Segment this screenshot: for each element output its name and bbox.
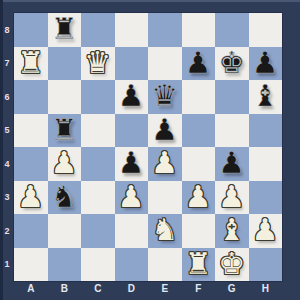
rank-label-3: 3 [0, 181, 14, 215]
square-a1[interactable] [14, 248, 48, 282]
square-c3[interactable] [81, 181, 115, 215]
black-pawn-icon[interactable]: ♟ [252, 47, 279, 80]
square-b4[interactable]: ♟ [48, 147, 82, 181]
black-rook-icon[interactable]: ♜ [51, 114, 78, 147]
square-e7[interactable] [148, 47, 182, 81]
square-b3[interactable]: ♞ [48, 181, 82, 215]
square-a6[interactable] [14, 80, 48, 114]
square-d6[interactable]: ♟ [115, 80, 149, 114]
rank-label-5: 5 [0, 114, 14, 148]
square-a3[interactable]: ♟ [14, 181, 48, 215]
black-bishop-icon[interactable]: ♝ [252, 80, 279, 113]
file-label-h: H [249, 281, 283, 300]
chess-board-frame: 87654321 ♜♜♛♟♚♟♟♛♝♜♟♟♟♟♟♟♞♟♟♟♞♝♟♜♚ ABCDE… [0, 0, 300, 300]
black-queen-icon[interactable]: ♛ [151, 80, 178, 113]
rank-label-7: 7 [0, 47, 14, 81]
square-g6[interactable] [215, 80, 249, 114]
square-h6[interactable]: ♝ [249, 80, 283, 114]
file-labels: ABCDEFGH [14, 281, 282, 300]
white-rook-icon[interactable]: ♜ [17, 47, 44, 80]
file-label-e: E [148, 281, 182, 300]
square-f3[interactable]: ♟ [182, 181, 216, 215]
file-label-g: G [215, 281, 249, 300]
square-c5[interactable] [81, 114, 115, 148]
white-rook-icon[interactable]: ♜ [185, 248, 212, 281]
square-g5[interactable] [215, 114, 249, 148]
square-e8[interactable] [148, 13, 182, 47]
square-f5[interactable] [182, 114, 216, 148]
square-c2[interactable] [81, 214, 115, 248]
black-pawn-icon[interactable]: ♟ [118, 80, 145, 113]
square-d5[interactable] [115, 114, 149, 148]
square-f4[interactable] [182, 147, 216, 181]
square-b8[interactable]: ♜ [48, 13, 82, 47]
white-queen-icon[interactable]: ♛ [84, 47, 111, 80]
square-a4[interactable] [14, 147, 48, 181]
square-h1[interactable] [249, 248, 283, 282]
square-b6[interactable] [48, 80, 82, 114]
square-d8[interactable] [115, 13, 149, 47]
square-h2[interactable]: ♟ [249, 214, 283, 248]
file-label-b: B [48, 281, 82, 300]
square-e3[interactable] [148, 181, 182, 215]
white-pawn-icon[interactable]: ♟ [51, 147, 78, 180]
rank-label-4: 4 [0, 147, 14, 181]
square-e4[interactable]: ♟ [148, 147, 182, 181]
white-king-icon[interactable]: ♚ [218, 248, 245, 281]
square-g8[interactable] [215, 13, 249, 47]
square-g7[interactable]: ♚ [215, 47, 249, 81]
rank-label-1: 1 [0, 248, 14, 282]
square-f2[interactable] [182, 214, 216, 248]
file-label-c: C [81, 281, 115, 300]
rank-label-8: 8 [0, 13, 14, 47]
rank-label-2: 2 [0, 214, 14, 248]
square-f8[interactable] [182, 13, 216, 47]
square-g1[interactable]: ♚ [215, 248, 249, 282]
square-f6[interactable] [182, 80, 216, 114]
square-b7[interactable] [48, 47, 82, 81]
square-a2[interactable] [14, 214, 48, 248]
square-c1[interactable] [81, 248, 115, 282]
square-h8[interactable] [249, 13, 283, 47]
square-e2[interactable]: ♞ [148, 214, 182, 248]
square-c7[interactable]: ♛ [81, 47, 115, 81]
black-knight-icon[interactable]: ♞ [51, 181, 78, 214]
square-f1[interactable]: ♜ [182, 248, 216, 282]
square-g2[interactable]: ♝ [215, 214, 249, 248]
square-e1[interactable] [148, 248, 182, 282]
square-a8[interactable] [14, 13, 48, 47]
square-b2[interactable] [48, 214, 82, 248]
square-h7[interactable]: ♟ [249, 47, 283, 81]
file-label-f: F [182, 281, 216, 300]
black-pawn-icon[interactable]: ♟ [151, 114, 178, 147]
square-h3[interactable] [249, 181, 283, 215]
square-c8[interactable] [81, 13, 115, 47]
square-c6[interactable] [81, 80, 115, 114]
square-d2[interactable] [115, 214, 149, 248]
square-g4[interactable]: ♟ [215, 147, 249, 181]
square-f7[interactable]: ♟ [182, 47, 216, 81]
white-bishop-icon[interactable]: ♝ [218, 214, 245, 247]
white-pawn-icon[interactable]: ♟ [151, 147, 178, 180]
square-d1[interactable] [115, 248, 149, 282]
square-b5[interactable]: ♜ [48, 114, 82, 148]
white-knight-icon[interactable]: ♞ [151, 214, 178, 247]
white-pawn-icon[interactable]: ♟ [218, 181, 245, 214]
square-e6[interactable]: ♛ [148, 80, 182, 114]
white-pawn-icon[interactable]: ♟ [118, 181, 145, 214]
square-b1[interactable] [48, 248, 82, 282]
square-h5[interactable] [249, 114, 283, 148]
white-pawn-icon[interactable]: ♟ [185, 181, 212, 214]
black-pawn-icon[interactable]: ♟ [118, 147, 145, 180]
rank-label-6: 6 [0, 80, 14, 114]
square-d4[interactable]: ♟ [115, 147, 149, 181]
square-g3[interactable]: ♟ [215, 181, 249, 215]
square-a7[interactable]: ♜ [14, 47, 48, 81]
square-d7[interactable] [115, 47, 149, 81]
white-pawn-icon[interactable]: ♟ [252, 214, 279, 247]
black-king-icon[interactable]: ♚ [218, 47, 245, 80]
black-pawn-icon[interactable]: ♟ [218, 147, 245, 180]
black-rook-icon[interactable]: ♜ [51, 13, 78, 46]
square-e5[interactable]: ♟ [148, 114, 182, 148]
file-label-d: D [115, 281, 149, 300]
square-c4[interactable] [81, 147, 115, 181]
black-pawn-icon[interactable]: ♟ [185, 47, 212, 80]
rank-labels: 87654321 [0, 13, 14, 281]
file-label-a: A [14, 281, 48, 300]
white-pawn-icon[interactable]: ♟ [17, 181, 44, 214]
square-a5[interactable] [14, 114, 48, 148]
chess-board[interactable]: ♜♜♛♟♚♟♟♛♝♜♟♟♟♟♟♟♞♟♟♟♞♝♟♜♚ [14, 13, 282, 281]
square-d3[interactable]: ♟ [115, 181, 149, 215]
square-h4[interactable] [249, 147, 283, 181]
